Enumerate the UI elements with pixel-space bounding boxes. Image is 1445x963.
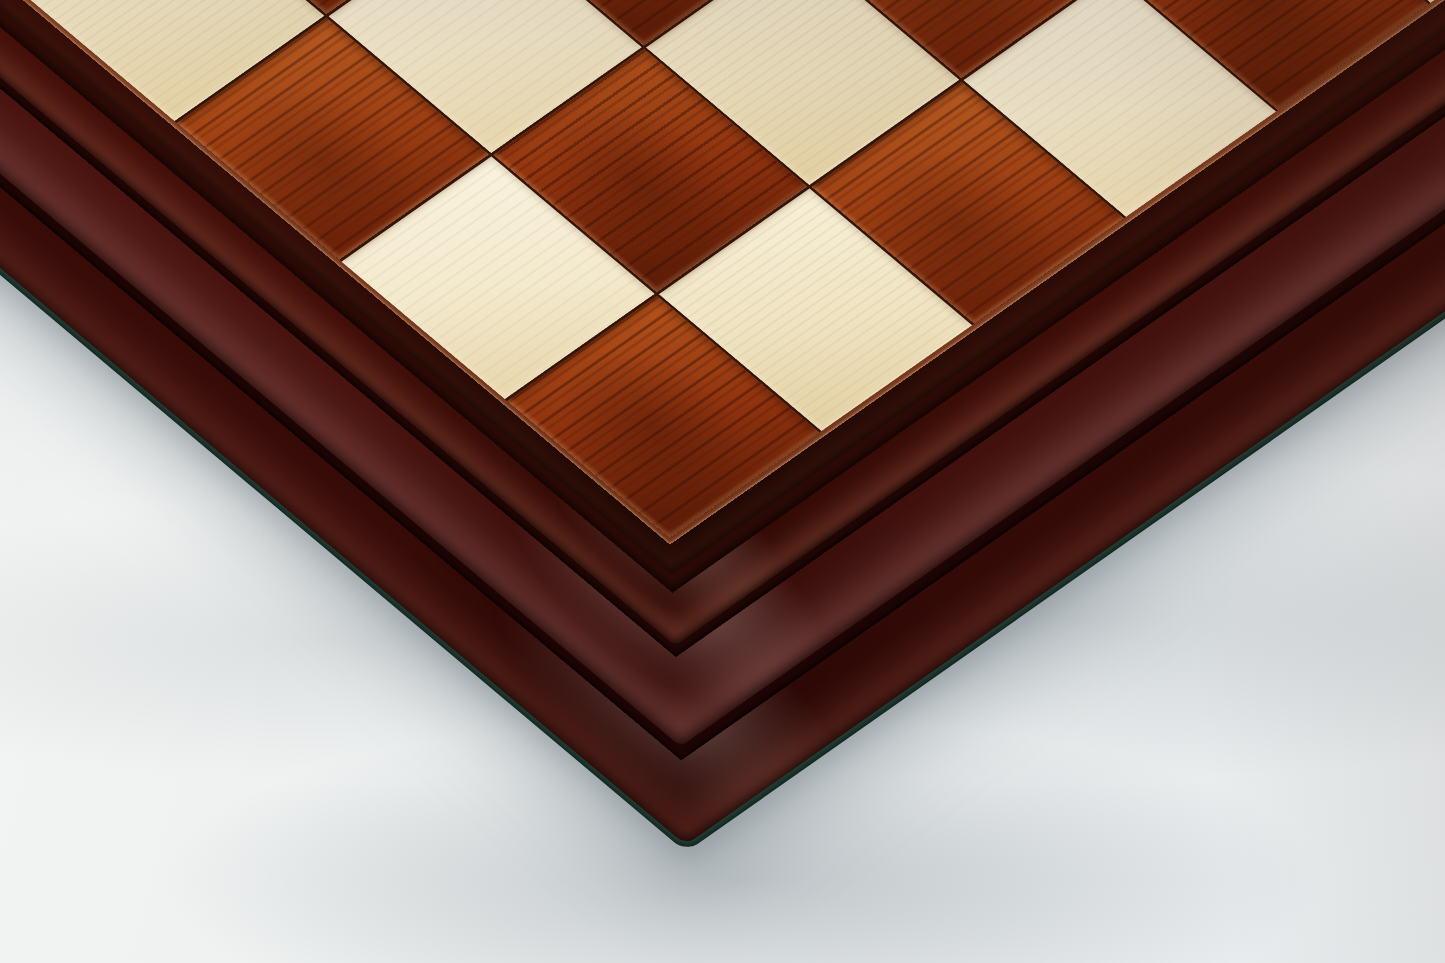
photo-backdrop (0, 0, 1445, 963)
chessboard-squares (0, 0, 1445, 538)
